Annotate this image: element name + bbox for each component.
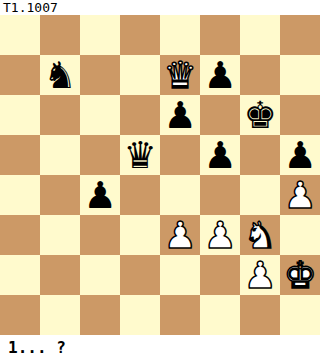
puzzle-id: T1.1007 xyxy=(0,0,58,15)
piece-white-pawn: ♟ xyxy=(203,217,236,254)
square-a3[interactable] xyxy=(0,215,40,255)
square-e6[interactable]: ♟ xyxy=(160,95,200,135)
square-g5[interactable] xyxy=(240,135,280,175)
square-b2[interactable] xyxy=(40,255,80,295)
piece-black-pawn: ♟ xyxy=(203,137,236,174)
square-h7[interactable] xyxy=(280,55,320,95)
square-d7[interactable] xyxy=(120,55,160,95)
square-g7[interactable] xyxy=(240,55,280,95)
square-b7[interactable]: ♞ xyxy=(40,55,80,95)
square-a5[interactable] xyxy=(0,135,40,175)
piece-black-queen: ♛ xyxy=(123,137,156,174)
square-d2[interactable] xyxy=(120,255,160,295)
square-a4[interactable] xyxy=(0,175,40,215)
square-f5[interactable]: ♟ xyxy=(200,135,240,175)
square-c7[interactable] xyxy=(80,55,120,95)
square-f8[interactable] xyxy=(200,15,240,55)
square-g6[interactable]: ♚ xyxy=(240,95,280,135)
square-g4[interactable] xyxy=(240,175,280,215)
piece-black-pawn: ♟ xyxy=(283,137,316,174)
square-b8[interactable] xyxy=(40,15,80,55)
piece-black-pawn: ♟ xyxy=(203,57,236,94)
square-g2[interactable]: ♟ xyxy=(240,255,280,295)
square-f3[interactable]: ♟ xyxy=(200,215,240,255)
square-e2[interactable] xyxy=(160,255,200,295)
square-d3[interactable] xyxy=(120,215,160,255)
square-e7[interactable]: ♛ xyxy=(160,55,200,95)
square-e3[interactable]: ♟ xyxy=(160,215,200,255)
square-e1[interactable] xyxy=(160,295,200,335)
square-a8[interactable] xyxy=(0,15,40,55)
piece-white-pawn: ♟ xyxy=(163,217,196,254)
square-h1[interactable] xyxy=(280,295,320,335)
square-a6[interactable] xyxy=(0,95,40,135)
square-f1[interactable] xyxy=(200,295,240,335)
square-h3[interactable] xyxy=(280,215,320,255)
square-g3[interactable]: ♞ xyxy=(240,215,280,255)
square-f6[interactable] xyxy=(200,95,240,135)
square-h2[interactable]: ♚ xyxy=(280,255,320,295)
square-d8[interactable] xyxy=(120,15,160,55)
status-bar: 1... ? xyxy=(0,335,320,360)
square-b5[interactable] xyxy=(40,135,80,175)
piece-white-queen: ♛ xyxy=(163,57,196,94)
square-d6[interactable] xyxy=(120,95,160,135)
move-prompt: 1... ? xyxy=(0,335,66,360)
square-c8[interactable] xyxy=(80,15,120,55)
square-c6[interactable] xyxy=(80,95,120,135)
square-d4[interactable] xyxy=(120,175,160,215)
piece-black-pawn: ♟ xyxy=(163,97,196,134)
square-c5[interactable] xyxy=(80,135,120,175)
square-c2[interactable] xyxy=(80,255,120,295)
piece-black-knight: ♞ xyxy=(43,57,76,94)
square-b1[interactable] xyxy=(40,295,80,335)
square-e8[interactable] xyxy=(160,15,200,55)
square-c3[interactable] xyxy=(80,215,120,255)
square-f4[interactable] xyxy=(200,175,240,215)
square-c4[interactable]: ♟ xyxy=(80,175,120,215)
square-d1[interactable] xyxy=(120,295,160,335)
piece-white-pawn: ♟ xyxy=(243,257,276,294)
piece-black-king: ♚ xyxy=(243,97,276,134)
square-a2[interactable] xyxy=(0,255,40,295)
title-bar: T1.1007 xyxy=(0,0,320,15)
square-g8[interactable] xyxy=(240,15,280,55)
square-a7[interactable] xyxy=(0,55,40,95)
square-e5[interactable] xyxy=(160,135,200,175)
square-b6[interactable] xyxy=(40,95,80,135)
square-f7[interactable]: ♟ xyxy=(200,55,240,95)
square-f2[interactable] xyxy=(200,255,240,295)
square-b3[interactable] xyxy=(40,215,80,255)
square-h5[interactable]: ♟ xyxy=(280,135,320,175)
chess-board: ♞♛♟♟♚♛♟♟♟♟♟♟♞♟♚ xyxy=(0,15,320,335)
square-b4[interactable] xyxy=(40,175,80,215)
piece-white-pawn: ♟ xyxy=(283,177,316,214)
piece-white-knight: ♞ xyxy=(243,217,276,254)
piece-black-pawn: ♟ xyxy=(83,177,116,214)
piece-white-king: ♚ xyxy=(283,257,316,294)
square-g1[interactable] xyxy=(240,295,280,335)
square-a1[interactable] xyxy=(0,295,40,335)
square-d5[interactable]: ♛ xyxy=(120,135,160,175)
square-e4[interactable] xyxy=(160,175,200,215)
square-h4[interactable]: ♟ xyxy=(280,175,320,215)
square-h8[interactable] xyxy=(280,15,320,55)
square-h6[interactable] xyxy=(280,95,320,135)
square-c1[interactable] xyxy=(80,295,120,335)
